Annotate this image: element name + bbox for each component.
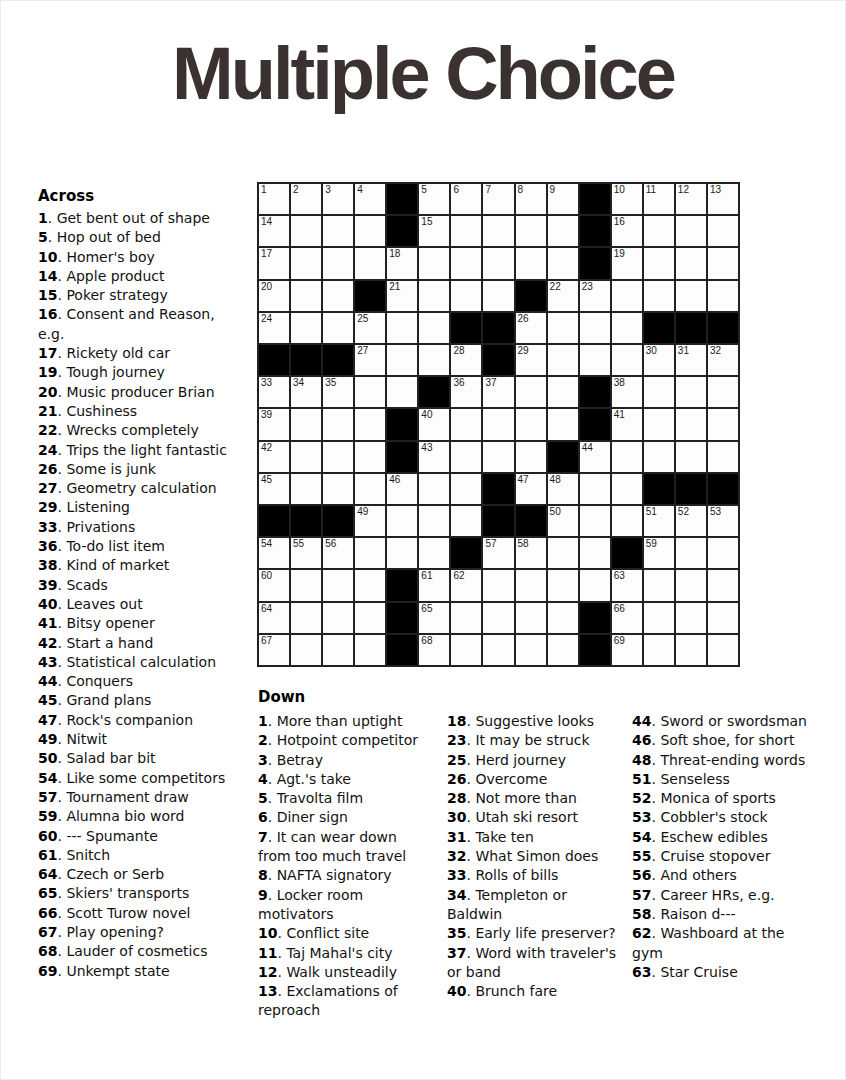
clue: 65. Skiers' transports — [38, 884, 238, 903]
cell-number: 16 — [614, 216, 625, 227]
cell-number: 2 — [293, 184, 299, 195]
grid-cell[interactable] — [516, 603, 546, 633]
grid-cell[interactable] — [708, 442, 738, 472]
grid-cell[interactable]: 65 — [419, 603, 449, 633]
cell-number: 10 — [614, 184, 625, 195]
grid-cell[interactable]: 63 — [612, 570, 642, 600]
grid-cell[interactable]: 33 — [259, 377, 289, 407]
grid-cell[interactable]: 54 — [259, 538, 289, 568]
grid-cell[interactable]: 18 — [387, 248, 417, 278]
clue-number: 41 — [38, 615, 57, 631]
grid-cell[interactable] — [451, 603, 481, 633]
clue: 16. Consent and Reason, e.g. — [38, 305, 238, 344]
grid-cell[interactable] — [419, 538, 449, 568]
clue: 37. Word with traveler's or band — [447, 944, 619, 983]
grid-cell[interactable] — [355, 538, 385, 568]
grid-cell[interactable]: 3 — [323, 184, 353, 214]
down-clue-column-3: 44. Sword or swordsman46. Soft shoe, for… — [632, 712, 812, 982]
grid-cell[interactable]: 13 — [708, 184, 738, 214]
grid-cell-black — [483, 345, 513, 375]
grid-cell[interactable] — [708, 377, 738, 407]
clue-number: 7 — [258, 829, 268, 845]
grid-cell[interactable]: 47 — [516, 474, 546, 504]
grid-cell[interactable] — [451, 474, 481, 504]
clue: 26. Overcome — [447, 770, 619, 789]
grid-cell[interactable] — [451, 409, 481, 439]
grid-cell[interactable] — [676, 570, 706, 600]
grid-cell[interactable]: 29 — [516, 345, 546, 375]
grid-cell[interactable]: 6 — [451, 184, 481, 214]
grid-cell[interactable] — [355, 216, 385, 246]
grid-cell[interactable] — [708, 635, 738, 665]
cell-number: 37 — [485, 377, 496, 388]
cell-number: 63 — [614, 570, 625, 581]
cell-number: 25 — [357, 313, 368, 324]
clue-number: 15 — [38, 287, 57, 303]
grid-cell[interactable]: 69 — [612, 635, 642, 665]
clue: 27. Geometry calculation — [38, 479, 238, 498]
grid-cell[interactable] — [644, 635, 674, 665]
clue: 51. Senseless — [632, 770, 812, 789]
grid-cell[interactable] — [676, 377, 706, 407]
grid-cell[interactable]: 41 — [612, 409, 642, 439]
cell-number: 22 — [550, 281, 561, 292]
grid-cell[interactable] — [291, 216, 321, 246]
grid-cell-black — [419, 377, 449, 407]
grid-cell[interactable] — [548, 635, 578, 665]
clue-number: 31 — [447, 829, 466, 845]
grid-cell[interactable] — [708, 248, 738, 278]
clue: 12. Walk unsteadily — [258, 963, 428, 982]
grid-cell[interactable] — [291, 474, 321, 504]
grid-cell[interactable]: 7 — [483, 184, 513, 214]
cell-number: 17 — [261, 248, 272, 259]
clue: 56. And others — [632, 866, 812, 885]
grid-cell-black — [580, 635, 610, 665]
grid-cell[interactable] — [676, 281, 706, 311]
clue: 50. Salad bar bit — [38, 749, 238, 768]
clue: 61. Snitch — [38, 846, 238, 865]
grid-cell[interactable] — [291, 313, 321, 343]
grid-cell[interactable]: 64 — [259, 603, 289, 633]
cell-number: 61 — [421, 570, 432, 581]
cell-number: 52 — [678, 506, 689, 517]
grid-cell-black — [580, 409, 610, 439]
grid-cell[interactable]: 31 — [676, 345, 706, 375]
grid-cell[interactable] — [483, 216, 513, 246]
grid-cell[interactable]: 20 — [259, 281, 289, 311]
clue: 26. Some is junk — [38, 460, 238, 479]
grid-cell[interactable] — [323, 442, 353, 472]
grid-cell[interactable] — [580, 570, 610, 600]
clue-number: 46 — [632, 732, 651, 748]
grid-cell[interactable]: 30 — [644, 345, 674, 375]
grid-cell[interactable]: 39 — [259, 409, 289, 439]
grid-cell[interactable]: 37 — [483, 377, 513, 407]
grid-cell[interactable] — [548, 409, 578, 439]
cell-number: 62 — [453, 570, 464, 581]
grid-cell[interactable] — [291, 442, 321, 472]
clue-number: 21 — [38, 403, 57, 419]
grid-cell[interactable] — [676, 216, 706, 246]
grid-cell[interactable] — [387, 377, 417, 407]
grid-cell[interactable] — [580, 313, 610, 343]
grid-cell[interactable] — [676, 635, 706, 665]
grid-cell[interactable] — [483, 442, 513, 472]
grid-cell[interactable]: 62 — [451, 570, 481, 600]
clue: 44. Conquers — [38, 672, 238, 691]
grid-cell[interactable]: 14 — [259, 216, 289, 246]
clue-number: 1 — [38, 210, 48, 226]
grid-cell[interactable]: 68 — [419, 635, 449, 665]
cell-number: 68 — [421, 635, 432, 646]
cell-number: 39 — [261, 409, 272, 420]
grid-cell[interactable] — [548, 603, 578, 633]
grid-cell[interactable]: 66 — [612, 603, 642, 633]
cell-number: 58 — [518, 538, 529, 549]
clue: 59. Alumna bio word — [38, 807, 238, 826]
grid-cell[interactable] — [548, 345, 578, 375]
grid-cell[interactable] — [516, 635, 546, 665]
grid-cell[interactable] — [291, 409, 321, 439]
grid-cell[interactable] — [451, 635, 481, 665]
clue-number: 4 — [258, 771, 268, 787]
clue-number: 1 — [258, 713, 268, 729]
grid-cell[interactable] — [323, 216, 353, 246]
grid-cell[interactable] — [612, 474, 642, 504]
clue-number: 28 — [447, 790, 466, 806]
grid-cell[interactable] — [708, 603, 738, 633]
grid-cell[interactable]: 10 — [612, 184, 642, 214]
clue: 62. Washboard at the gym — [632, 924, 812, 963]
grid-cell-black — [708, 474, 738, 504]
grid-cell[interactable] — [451, 506, 481, 536]
grid-cell-black — [387, 570, 417, 600]
clue: 17. Rickety old car — [38, 344, 238, 363]
cell-number: 19 — [614, 248, 625, 259]
grid-cell[interactable]: 44 — [580, 442, 610, 472]
grid-cell[interactable] — [708, 538, 738, 568]
grid-cell[interactable] — [516, 409, 546, 439]
grid-cell[interactable]: 23 — [580, 281, 610, 311]
grid-cell[interactable] — [612, 345, 642, 375]
across-clue-list: 1. Get bent out of shape5. Hop out of be… — [38, 209, 238, 981]
clue: 23. It may be struck — [447, 731, 619, 750]
clue-number: 26 — [38, 461, 57, 477]
grid-cell[interactable] — [612, 442, 642, 472]
grid-cell[interactable] — [323, 570, 353, 600]
grid-cell[interactable] — [483, 281, 513, 311]
grid-cell[interactable] — [451, 281, 481, 311]
grid-cell[interactable] — [644, 409, 674, 439]
grid-cell[interactable]: 9 — [548, 184, 578, 214]
grid-cell[interactable]: 27 — [355, 345, 385, 375]
cell-number: 69 — [614, 635, 625, 646]
grid-cell[interactable]: 34 — [291, 377, 321, 407]
clue-number: 54 — [38, 770, 57, 786]
grid-cell[interactable] — [580, 506, 610, 536]
grid-cell[interactable] — [387, 538, 417, 568]
cell-number: 57 — [485, 538, 496, 549]
grid-cell[interactable]: 61 — [419, 570, 449, 600]
grid-cell[interactable]: 36 — [451, 377, 481, 407]
grid-cell[interactable] — [323, 635, 353, 665]
grid-cell[interactable] — [355, 377, 385, 407]
clue-number: 5 — [258, 790, 268, 806]
grid-cell[interactable] — [355, 570, 385, 600]
cell-number: 40 — [421, 409, 432, 420]
clue: 40. Leaves out — [38, 595, 238, 614]
grid-cell[interactable]: 11 — [644, 184, 674, 214]
clue-number: 8 — [258, 867, 268, 883]
cell-number: 67 — [261, 635, 272, 646]
clue: 10. Conflict site — [258, 924, 428, 943]
cell-number: 27 — [357, 345, 368, 356]
clue: 54. Eschew edibles — [632, 828, 812, 847]
grid-cell[interactable] — [291, 281, 321, 311]
grid-cell[interactable] — [644, 281, 674, 311]
clue-number: 27 — [38, 480, 57, 496]
grid-cell[interactable] — [291, 570, 321, 600]
grid-cell[interactable] — [580, 345, 610, 375]
cell-number: 35 — [325, 377, 336, 388]
grid-cell[interactable]: 52 — [676, 506, 706, 536]
grid-cell[interactable] — [580, 538, 610, 568]
grid-cell[interactable] — [355, 442, 385, 472]
cell-number: 43 — [421, 442, 432, 453]
grid-cell[interactable]: 51 — [644, 506, 674, 536]
grid-cell[interactable]: 17 — [259, 248, 289, 278]
grid-cell[interactable] — [387, 313, 417, 343]
grid-cell[interactable] — [355, 603, 385, 633]
grid-cell[interactable] — [355, 248, 385, 278]
grid-cell[interactable] — [451, 216, 481, 246]
grid-cell[interactable]: 60 — [259, 570, 289, 600]
grid-cell[interactable] — [355, 635, 385, 665]
grid-cell[interactable] — [580, 474, 610, 504]
grid-cell[interactable] — [548, 313, 578, 343]
clue-number: 55 — [632, 848, 651, 864]
grid-cell[interactable] — [323, 313, 353, 343]
grid-cell[interactable] — [612, 281, 642, 311]
grid-cell[interactable] — [483, 570, 513, 600]
grid-cell[interactable] — [291, 248, 321, 278]
clue: 30. Utah ski resort — [447, 808, 619, 827]
grid-cell[interactable] — [644, 216, 674, 246]
clue-number: 2 — [258, 732, 268, 748]
cell-number: 14 — [261, 216, 272, 227]
grid-cell[interactable] — [708, 216, 738, 246]
grid-cell[interactable] — [419, 506, 449, 536]
grid-cell[interactable]: 2 — [291, 184, 321, 214]
cell-number: 6 — [453, 184, 459, 195]
grid-cell[interactable] — [708, 409, 738, 439]
grid-cell[interactable]: 56 — [323, 538, 353, 568]
clue-number: 24 — [38, 442, 57, 458]
grid-cell[interactable] — [323, 474, 353, 504]
clue-number: 3 — [258, 752, 268, 768]
grid-cell[interactable] — [612, 506, 642, 536]
grid-cell[interactable] — [419, 474, 449, 504]
grid-cell[interactable] — [644, 377, 674, 407]
grid-cell[interactable] — [516, 248, 546, 278]
grid-cell[interactable] — [419, 313, 449, 343]
down-clue-column-1: 1. More than uptight2. Hotpoint competit… — [258, 712, 428, 1021]
grid-cell-black — [483, 506, 513, 536]
grid-cell[interactable]: 21 — [387, 281, 417, 311]
grid-cell[interactable] — [483, 635, 513, 665]
grid-cell[interactable]: 40 — [419, 409, 449, 439]
grid-cell[interactable] — [323, 603, 353, 633]
grid-cell[interactable] — [516, 216, 546, 246]
grid-cell[interactable] — [548, 377, 578, 407]
grid-cell[interactable] — [516, 442, 546, 472]
grid-cell[interactable]: 59 — [644, 538, 674, 568]
grid-cell[interactable]: 12 — [676, 184, 706, 214]
clue: 8. NAFTA signatory — [258, 866, 428, 885]
clue: 48. Threat-ending words — [632, 751, 812, 770]
grid-cell[interactable] — [612, 313, 642, 343]
grid-cell[interactable]: 45 — [259, 474, 289, 504]
grid-cell[interactable] — [676, 603, 706, 633]
grid-cell[interactable]: 42 — [259, 442, 289, 472]
grid-cell[interactable] — [323, 409, 353, 439]
grid-cell[interactable] — [419, 248, 449, 278]
grid-cell[interactable]: 46 — [387, 474, 417, 504]
clue: 67. Play opening? — [38, 923, 238, 942]
cell-number: 34 — [293, 377, 304, 388]
grid-cell[interactable] — [676, 409, 706, 439]
grid-cell[interactable]: 35 — [323, 377, 353, 407]
grid-cell[interactable] — [323, 248, 353, 278]
grid-cell[interactable] — [451, 442, 481, 472]
grid-cell[interactable] — [483, 248, 513, 278]
clue: 41. Bitsy opener — [38, 614, 238, 633]
cell-number: 1 — [261, 184, 267, 195]
clue-number: 59 — [38, 808, 57, 824]
grid-cell[interactable] — [419, 281, 449, 311]
clue: 5. Hop out of bed — [38, 228, 238, 247]
grid-cell[interactable] — [451, 248, 481, 278]
grid-cell[interactable]: 26 — [516, 313, 546, 343]
grid-cell[interactable]: 4 — [355, 184, 385, 214]
grid-cell[interactable] — [548, 248, 578, 278]
grid-cell[interactable] — [708, 570, 738, 600]
grid-cell-black — [387, 635, 417, 665]
clue-number: 64 — [38, 866, 57, 882]
clue-number: 13 — [258, 983, 277, 999]
grid-cell[interactable] — [708, 281, 738, 311]
grid-cell[interactable] — [387, 506, 417, 536]
grid-cell[interactable] — [644, 442, 674, 472]
clue-number: 39 — [38, 577, 57, 593]
grid-cell[interactable] — [355, 409, 385, 439]
grid-cell[interactable]: 16 — [612, 216, 642, 246]
grid-cell-black — [451, 313, 481, 343]
clue: 7. It can wear down from too much travel — [258, 828, 428, 867]
clue-number: 53 — [632, 809, 651, 825]
clue-number: 65 — [38, 885, 57, 901]
grid-cell[interactable]: 24 — [259, 313, 289, 343]
grid-cell[interactable] — [644, 570, 674, 600]
clue-number: 12 — [258, 964, 277, 980]
cell-number: 15 — [421, 216, 432, 227]
grid-cell[interactable] — [676, 442, 706, 472]
clue-number: 68 — [38, 943, 57, 959]
grid-cell-black — [644, 474, 674, 504]
cell-number: 55 — [293, 538, 304, 549]
grid-cell[interactable] — [483, 603, 513, 633]
grid-cell[interactable]: 67 — [259, 635, 289, 665]
grid-cell[interactable] — [516, 377, 546, 407]
grid-cell[interactable] — [483, 409, 513, 439]
grid-cell[interactable]: 22 — [548, 281, 578, 311]
grid-cell[interactable] — [323, 281, 353, 311]
cell-number: 4 — [357, 184, 363, 195]
grid-cell[interactable]: 38 — [612, 377, 642, 407]
grid-cell[interactable] — [644, 603, 674, 633]
clue-number: 35 — [447, 925, 466, 941]
grid-cell[interactable] — [291, 603, 321, 633]
grid-cell[interactable] — [387, 345, 417, 375]
clue: 68. Lauder of cosmetics — [38, 942, 238, 961]
clue: 54. Like some competitors — [38, 769, 238, 788]
grid-cell[interactable] — [548, 216, 578, 246]
grid-cell[interactable]: 19 — [612, 248, 642, 278]
grid-cell[interactable]: 58 — [516, 538, 546, 568]
grid-cell[interactable]: 49 — [355, 506, 385, 536]
grid-cell[interactable]: 57 — [483, 538, 513, 568]
grid-cell-black — [580, 377, 610, 407]
cell-number: 48 — [550, 474, 561, 485]
grid-cell-black — [259, 345, 289, 375]
grid-cell[interactable]: 8 — [516, 184, 546, 214]
clue-number: 60 — [38, 828, 57, 844]
clue: 38. Kind of market — [38, 556, 238, 575]
clue: 24. Trips the light fantastic — [38, 441, 238, 460]
grid-cell[interactable]: 48 — [548, 474, 578, 504]
cell-number: 56 — [325, 538, 336, 549]
grid-cell[interactable]: 53 — [708, 506, 738, 536]
grid-cell[interactable]: 25 — [355, 313, 385, 343]
grid-cell[interactable]: 55 — [291, 538, 321, 568]
grid-cell[interactable]: 32 — [708, 345, 738, 375]
grid-cell[interactable]: 1 — [259, 184, 289, 214]
grid-cell[interactable] — [516, 570, 546, 600]
grid-cell[interactable] — [548, 538, 578, 568]
clue: 29. Listening — [38, 498, 238, 517]
grid-cell[interactable]: 5 — [419, 184, 449, 214]
grid-cell[interactable] — [676, 248, 706, 278]
grid-cell[interactable]: 50 — [548, 506, 578, 536]
grid-cell[interactable] — [291, 635, 321, 665]
grid-cell[interactable] — [548, 570, 578, 600]
grid-cell[interactable] — [355, 474, 385, 504]
grid-cell-black — [387, 409, 417, 439]
clue-number: 16 — [38, 306, 57, 322]
grid-cell-black — [612, 538, 642, 568]
clue-number: 44 — [632, 713, 651, 729]
grid-cell[interactable] — [644, 248, 674, 278]
grid-cell[interactable]: 15 — [419, 216, 449, 246]
grid-cell[interactable] — [676, 538, 706, 568]
clue-number: 23 — [447, 732, 466, 748]
down-section: Down 1. More than uptight2. Hotpoint com… — [258, 688, 846, 712]
grid-cell[interactable]: 43 — [419, 442, 449, 472]
grid-cell[interactable]: 28 — [451, 345, 481, 375]
cell-number: 51 — [646, 506, 657, 517]
grid-cell[interactable] — [419, 345, 449, 375]
